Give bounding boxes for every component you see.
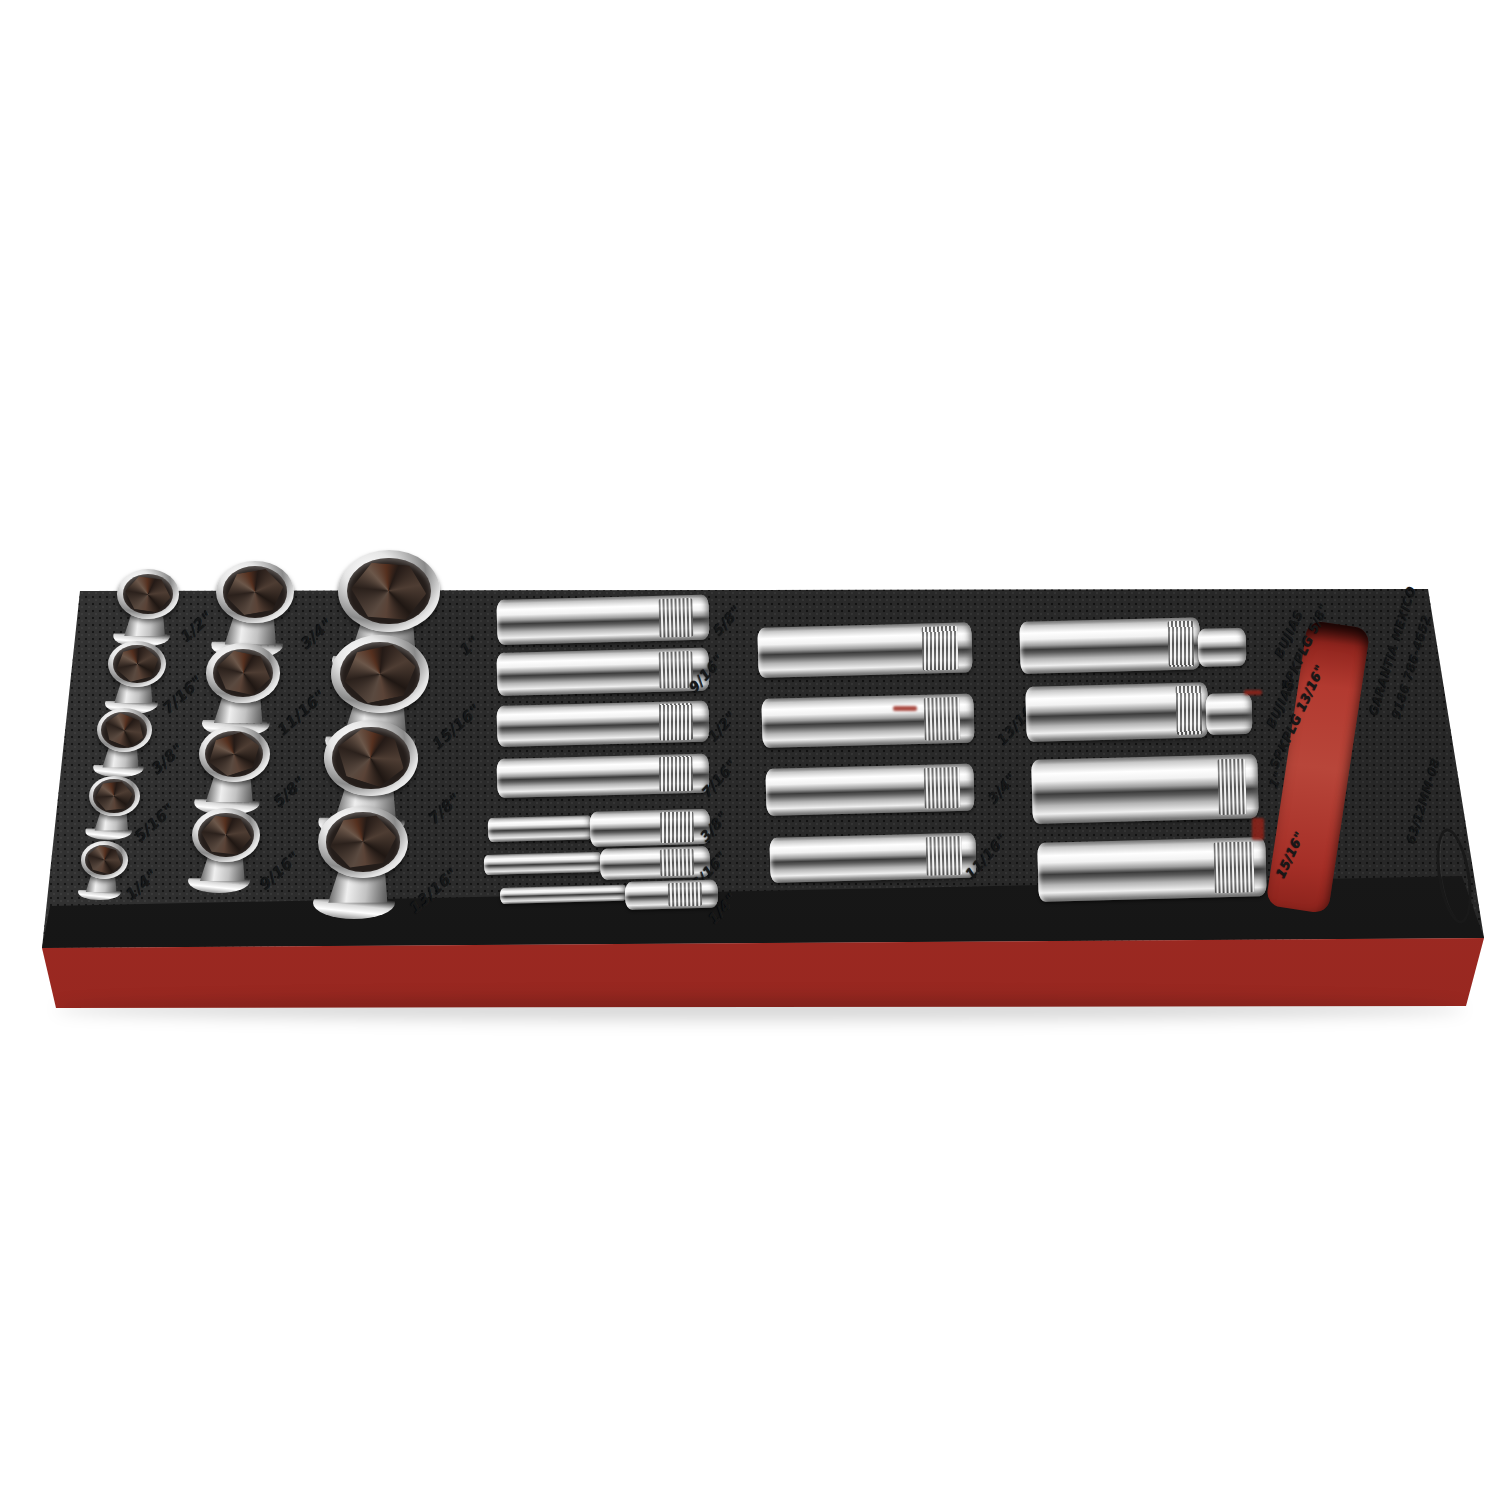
socket-bore <box>113 645 161 683</box>
deep-socket-body <box>496 700 709 747</box>
socket-hex-opening <box>94 779 135 812</box>
socket-hex-opening <box>340 642 420 706</box>
knurl-band <box>658 756 693 791</box>
deep-socket-body <box>761 693 974 748</box>
shallow-socket <box>199 726 270 783</box>
deep-socket-body <box>1037 837 1266 902</box>
shallow-socket <box>108 641 166 687</box>
knurl-band <box>660 848 695 876</box>
shallow-socket <box>97 708 152 752</box>
knurl-band <box>658 598 693 638</box>
knurl-band <box>660 811 695 843</box>
socket-hex-opening <box>123 574 173 615</box>
deep-socket-body <box>757 622 972 678</box>
shallow-socket <box>324 720 418 795</box>
deep-socket-body <box>769 833 976 883</box>
knurl-band <box>658 703 693 740</box>
tray-shadow <box>55 998 1465 1020</box>
deep-socket-nose <box>488 815 593 842</box>
socket-bore <box>347 558 431 625</box>
knurl-band <box>921 626 958 671</box>
socket-hex-opening <box>205 731 263 778</box>
socket-bore <box>223 566 287 617</box>
deep-socket-body <box>496 753 709 798</box>
shallow-socket <box>192 808 260 862</box>
deep-socket-body <box>496 594 709 645</box>
socket-hex-opening <box>213 649 274 698</box>
spark-plug-step-end <box>1205 693 1252 735</box>
deep-socket-body <box>590 809 711 847</box>
socket-bore <box>85 845 124 876</box>
socket-hex-opening <box>101 712 146 748</box>
knurl-band <box>1217 758 1246 815</box>
deep-socket-nose <box>484 852 602 875</box>
socket-bore <box>198 813 254 858</box>
socket-bore <box>205 731 263 778</box>
knurl-band <box>668 882 703 908</box>
socket-hex-opening <box>332 727 409 789</box>
knurl-band <box>925 836 962 877</box>
spark-plug-step-end <box>1198 628 1247 667</box>
knurl-band <box>923 767 960 809</box>
socket-bore <box>326 812 400 871</box>
socket-hex-opening <box>326 812 399 871</box>
socket-bore <box>340 642 420 706</box>
socket-hex-opening <box>85 845 124 876</box>
shallow-socket <box>331 635 429 713</box>
socket-bore <box>101 712 146 748</box>
product-photo-canvas: 1/2"7/16"3/8"5/16"1/4"3/4"11/16"5/8"9/16… <box>0 0 1500 1500</box>
shallow-socket <box>117 569 179 619</box>
socket-bore <box>123 574 174 615</box>
deep-socket-body <box>765 764 974 816</box>
deep-socket-body <box>1031 754 1259 824</box>
knurl-band <box>923 697 960 741</box>
shallow-socket <box>318 806 408 878</box>
spark-plug-socket-body <box>1025 682 1208 742</box>
deep-socket-nose <box>500 885 627 904</box>
knurl-band <box>1213 841 1254 894</box>
red-foam-sliver <box>1244 690 1262 695</box>
deep-socket-body <box>496 647 709 696</box>
socket-bore <box>93 779 135 812</box>
socket-hex-opening <box>223 566 287 617</box>
knurl-band <box>1175 686 1202 735</box>
socket-hex-opening <box>349 558 428 623</box>
socket-hex-opening <box>199 813 253 858</box>
socket-bore <box>213 649 274 698</box>
deep-socket-body <box>625 880 719 910</box>
socket-bore <box>332 727 409 789</box>
knurl-band <box>1167 621 1194 667</box>
spark-plug-socket-body <box>1019 617 1200 674</box>
shallow-socket <box>81 841 128 879</box>
red-foam-sliver <box>1252 818 1264 840</box>
shallow-socket <box>216 561 294 623</box>
socket-hex-opening <box>113 645 161 683</box>
shallow-socket <box>206 643 280 702</box>
shallow-socket <box>338 550 440 632</box>
red-foam-sliver <box>893 706 917 711</box>
shallow-socket <box>89 776 140 817</box>
